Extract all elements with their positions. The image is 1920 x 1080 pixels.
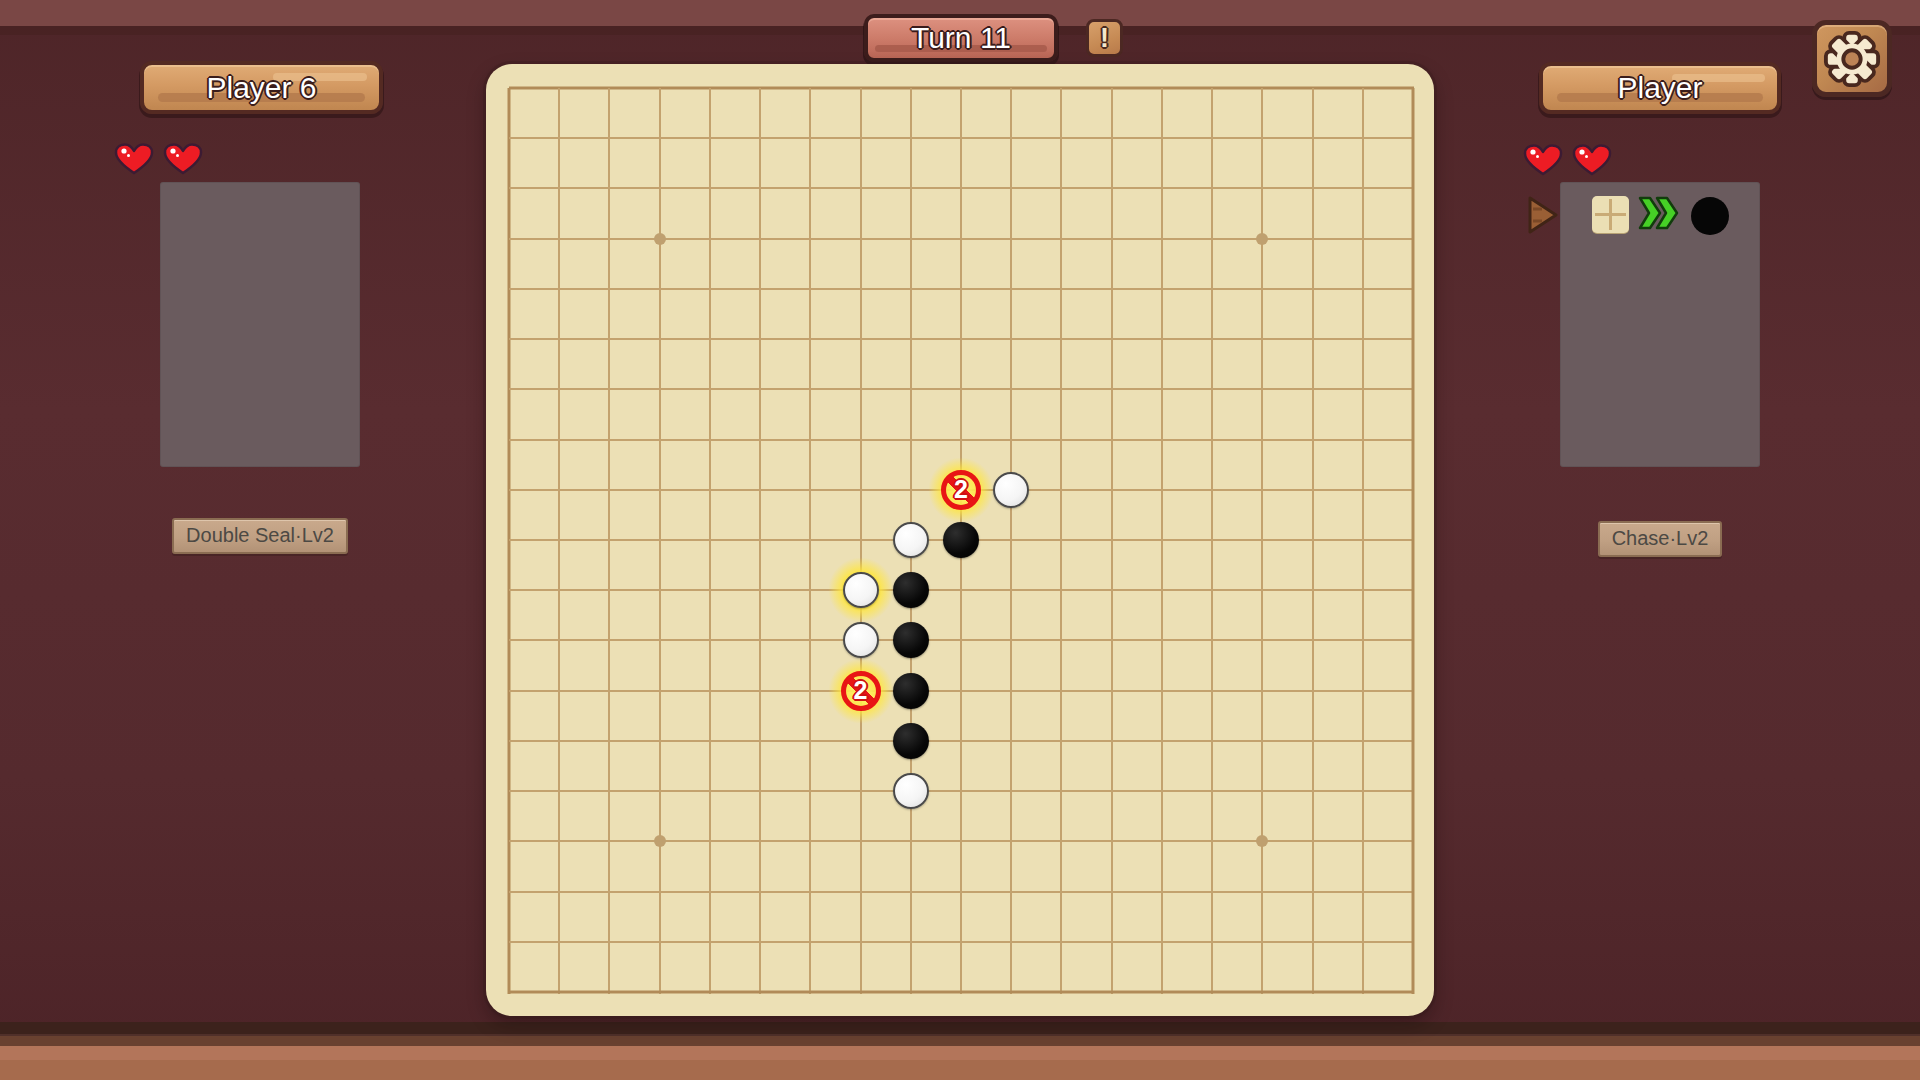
- black-stone-icon: [1691, 197, 1729, 235]
- right-skill-label: Chase·Lv2: [1598, 521, 1723, 557]
- grid-line: [509, 840, 1414, 842]
- grid-line: [1261, 88, 1263, 994]
- grid-line: [1211, 88, 1213, 994]
- gomoku-board[interactable]: 22: [486, 64, 1434, 1016]
- left-capture-tray: [160, 182, 360, 467]
- grid-line: [508, 88, 511, 994]
- grid-line: [558, 88, 560, 994]
- grid-line: [509, 790, 1414, 792]
- sealed-turns-count: 2: [854, 678, 868, 703]
- black-stone: [893, 673, 929, 709]
- black-stone: [893, 572, 929, 608]
- grid-line: [1060, 88, 1062, 994]
- grid-line: [759, 88, 761, 994]
- white-stone: [993, 472, 1029, 508]
- star-point: [1256, 233, 1268, 245]
- sealed-turns-count: 2: [954, 477, 968, 502]
- heart-icon: [1523, 144, 1563, 177]
- table-edge-strip: [0, 1034, 1920, 1046]
- grid-line: [709, 88, 711, 994]
- star-point: [654, 233, 666, 245]
- grid-line: [608, 88, 610, 994]
- white-stone: [893, 522, 929, 558]
- turn-pointer-icon: [1528, 196, 1558, 234]
- game-screen: Turn 11 ! Player 6 Double Seal·Lv2 Playe…: [0, 0, 1920, 1080]
- white-stone: [843, 622, 879, 658]
- grid-line: [1312, 88, 1314, 994]
- grid-line: [509, 740, 1414, 742]
- grid-line: [1161, 88, 1163, 994]
- grid-line: [1010, 88, 1012, 994]
- sealed-point-marker: 2: [841, 671, 881, 711]
- black-stone: [943, 522, 979, 558]
- table-edge-strip: [0, 1046, 1920, 1060]
- right-player-name: Player: [1617, 71, 1702, 105]
- fast-forward-icon: [1638, 193, 1679, 233]
- heart-icon: [163, 143, 203, 176]
- black-stone: [893, 723, 929, 759]
- right-player-nameplate: Player: [1539, 62, 1781, 114]
- grid-line: [509, 639, 1414, 641]
- left-player-lives: [114, 143, 203, 176]
- star-point: [1256, 835, 1268, 847]
- gear-icon: [1823, 30, 1881, 88]
- left-skill-label: Double Seal·Lv2: [172, 518, 348, 554]
- turn-label: Turn 11: [911, 21, 1011, 55]
- left-player-nameplate: Player 6: [140, 61, 383, 114]
- grid-line: [809, 88, 811, 994]
- settings-button[interactable]: [1812, 20, 1892, 97]
- board-icon: [1592, 196, 1629, 233]
- sealed-point-marker: 2: [941, 470, 981, 510]
- grid-line: [1111, 88, 1113, 994]
- heart-icon: [1572, 144, 1612, 177]
- black-stone: [893, 622, 929, 658]
- grid-line: [509, 891, 1414, 893]
- grid-line: [509, 690, 1414, 692]
- grid-line: [659, 88, 661, 994]
- grid-line: [1411, 88, 1414, 994]
- grid-line: [509, 589, 1414, 591]
- board-grid[interactable]: 22: [509, 88, 1414, 994]
- grid-line: [1362, 88, 1364, 994]
- right-player-lives: [1523, 144, 1612, 177]
- turn-banner: Turn 11: [864, 14, 1058, 62]
- grid-line: [860, 88, 862, 994]
- grid-line: [509, 941, 1414, 943]
- exclamation-icon: !: [1100, 25, 1109, 52]
- star-point: [654, 835, 666, 847]
- table-edge-strip: [0, 1060, 1920, 1080]
- heart-icon: [114, 143, 154, 176]
- table-edge-strip: [0, 1022, 1920, 1034]
- warning-button[interactable]: !: [1086, 19, 1123, 57]
- left-player-name: Player 6: [206, 71, 316, 105]
- grid-line: [509, 990, 1414, 993]
- white-stone: [843, 572, 879, 608]
- white-stone: [893, 773, 929, 809]
